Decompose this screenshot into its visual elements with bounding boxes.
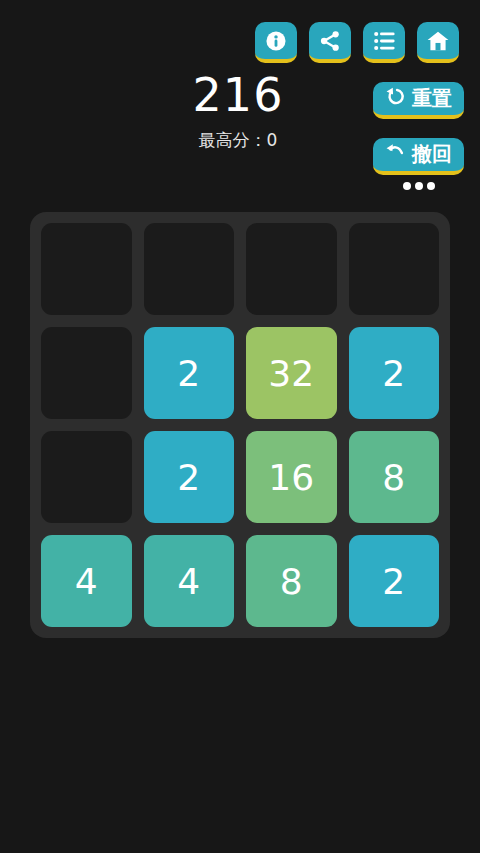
tile-8: 8 xyxy=(246,535,337,627)
empty-cell xyxy=(41,223,132,315)
app-screen: 216 最高分：0 重置 撤回 232221684482 xyxy=(0,0,480,853)
rotate-ccw-icon xyxy=(385,86,406,112)
list-button[interactable] xyxy=(363,22,405,63)
info-icon xyxy=(263,28,289,54)
side-actions: 重置 撤回 xyxy=(373,82,464,190)
tile-4: 4 xyxy=(41,535,132,627)
home-button[interactable] xyxy=(417,22,459,63)
more-dots-indicator[interactable] xyxy=(403,182,435,190)
empty-cell xyxy=(41,327,132,419)
empty-cell xyxy=(144,223,235,315)
empty-cell xyxy=(41,431,132,523)
tile-32: 32 xyxy=(246,327,337,419)
tile-2: 2 xyxy=(144,327,235,419)
dot xyxy=(427,182,435,190)
dot xyxy=(415,182,423,190)
reset-button[interactable]: 重置 xyxy=(373,82,464,119)
undo-button[interactable]: 撤回 xyxy=(373,138,464,175)
tile-2: 2 xyxy=(144,431,235,523)
info-button[interactable] xyxy=(255,22,297,63)
game-board[interactable]: 232221684482 xyxy=(30,212,450,638)
dot xyxy=(403,182,411,190)
tile-2: 2 xyxy=(349,535,440,627)
empty-cell xyxy=(349,223,440,315)
home-icon xyxy=(425,28,451,54)
list-icon xyxy=(371,28,397,54)
reset-label: 重置 xyxy=(412,85,452,112)
tile-16: 16 xyxy=(246,431,337,523)
toolbar xyxy=(255,22,459,63)
empty-cell xyxy=(246,223,337,315)
share-icon xyxy=(317,28,343,54)
undo-label: 撤回 xyxy=(412,141,452,168)
tile-8: 8 xyxy=(349,431,440,523)
tile-2: 2 xyxy=(349,327,440,419)
tile-4: 4 xyxy=(144,535,235,627)
undo-arrow-icon xyxy=(385,142,406,168)
share-button[interactable] xyxy=(309,22,351,63)
